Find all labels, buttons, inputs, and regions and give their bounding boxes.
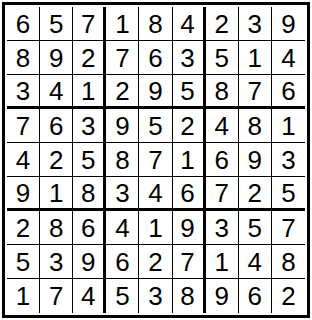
cell-r8c1[interactable]: 5 [7, 245, 40, 279]
cell-r3c2[interactable]: 4 [40, 75, 73, 109]
cell-r3c6[interactable]: 5 [173, 75, 206, 109]
cell-r4c6[interactable]: 2 [173, 109, 206, 143]
cell-r7c1[interactable]: 2 [7, 211, 40, 245]
cell-r4c2[interactable]: 6 [40, 109, 73, 143]
cell-r1c6[interactable]: 4 [173, 7, 206, 41]
cell-r2c4[interactable]: 7 [106, 41, 139, 75]
cell-r5c9[interactable]: 3 [272, 143, 305, 177]
cell-r8c7[interactable]: 1 [206, 245, 239, 279]
cell-r1c5[interactable]: 8 [139, 7, 172, 41]
cell-r2c7[interactable]: 5 [206, 41, 239, 75]
cell-r5c7[interactable]: 6 [206, 143, 239, 177]
cell-r1c2[interactable]: 5 [40, 7, 73, 41]
cell-r7c8[interactable]: 5 [239, 211, 272, 245]
cell-r7c6[interactable]: 9 [173, 211, 206, 245]
cell-r3c7[interactable]: 8 [206, 75, 239, 109]
cell-r9c9[interactable]: 2 [272, 279, 305, 313]
cell-r7c4[interactable]: 4 [106, 211, 139, 245]
cell-r6c4[interactable]: 3 [106, 177, 139, 211]
cell-r8c5[interactable]: 2 [139, 245, 172, 279]
cell-r7c9[interactable]: 7 [272, 211, 305, 245]
cell-r8c3[interactable]: 9 [73, 245, 106, 279]
cell-r7c3[interactable]: 6 [73, 211, 106, 245]
cell-r6c6[interactable]: 6 [173, 177, 206, 211]
cell-r2c3[interactable]: 2 [73, 41, 106, 75]
cell-r2c9[interactable]: 4 [272, 41, 305, 75]
sudoku-board: 6571842398927635143412958767639524814258… [2, 2, 310, 318]
cell-r5c3[interactable]: 5 [73, 143, 106, 177]
cell-r5c2[interactable]: 2 [40, 143, 73, 177]
cell-r8c9[interactable]: 8 [272, 245, 305, 279]
cell-r3c1[interactable]: 3 [7, 75, 40, 109]
cell-r4c9[interactable]: 1 [272, 109, 305, 143]
cell-r4c3[interactable]: 3 [73, 109, 106, 143]
cell-r8c8[interactable]: 4 [239, 245, 272, 279]
cell-r6c8[interactable]: 2 [239, 177, 272, 211]
cell-r9c1[interactable]: 1 [7, 279, 40, 313]
cell-r1c8[interactable]: 3 [239, 7, 272, 41]
cell-r5c4[interactable]: 8 [106, 143, 139, 177]
cell-r6c2[interactable]: 1 [40, 177, 73, 211]
cell-r4c5[interactable]: 5 [139, 109, 172, 143]
cell-r1c3[interactable]: 7 [73, 7, 106, 41]
cell-r3c4[interactable]: 2 [106, 75, 139, 109]
cell-r2c1[interactable]: 8 [7, 41, 40, 75]
cell-r2c2[interactable]: 9 [40, 41, 73, 75]
cell-r6c9[interactable]: 5 [272, 177, 305, 211]
cell-r1c1[interactable]: 6 [7, 7, 40, 41]
cell-r6c7[interactable]: 7 [206, 177, 239, 211]
cell-r7c2[interactable]: 8 [40, 211, 73, 245]
cell-r9c4[interactable]: 5 [106, 279, 139, 313]
cell-r9c6[interactable]: 8 [173, 279, 206, 313]
cell-r3c9[interactable]: 6 [272, 75, 305, 109]
cell-r9c2[interactable]: 7 [40, 279, 73, 313]
cell-r4c8[interactable]: 8 [239, 109, 272, 143]
cell-r1c9[interactable]: 9 [272, 7, 305, 41]
cell-r1c4[interactable]: 1 [106, 7, 139, 41]
cell-r4c1[interactable]: 7 [7, 109, 40, 143]
cell-r9c7[interactable]: 9 [206, 279, 239, 313]
cell-r1c7[interactable]: 2 [206, 7, 239, 41]
cell-r3c8[interactable]: 7 [239, 75, 272, 109]
cell-r5c6[interactable]: 1 [173, 143, 206, 177]
cell-r3c5[interactable]: 9 [139, 75, 172, 109]
cell-r8c4[interactable]: 6 [106, 245, 139, 279]
cell-r4c7[interactable]: 4 [206, 109, 239, 143]
cell-r8c2[interactable]: 3 [40, 245, 73, 279]
cell-r5c1[interactable]: 4 [7, 143, 40, 177]
cell-r2c6[interactable]: 3 [173, 41, 206, 75]
sudoku-board-frame: 6571842398927635143412958767639524814258… [2, 2, 310, 318]
cell-r2c8[interactable]: 1 [239, 41, 272, 75]
cell-r3c3[interactable]: 1 [73, 75, 106, 109]
cell-r7c7[interactable]: 3 [206, 211, 239, 245]
cell-r9c5[interactable]: 3 [139, 279, 172, 313]
cell-r5c5[interactable]: 7 [139, 143, 172, 177]
cell-r8c6[interactable]: 7 [173, 245, 206, 279]
cell-r7c5[interactable]: 1 [139, 211, 172, 245]
cell-r9c3[interactable]: 4 [73, 279, 106, 313]
cell-r9c8[interactable]: 6 [239, 279, 272, 313]
cell-r4c4[interactable]: 9 [106, 109, 139, 143]
cell-r5c8[interactable]: 9 [239, 143, 272, 177]
cell-r6c3[interactable]: 8 [73, 177, 106, 211]
cell-r6c5[interactable]: 4 [139, 177, 172, 211]
cell-r6c1[interactable]: 9 [7, 177, 40, 211]
cell-r2c5[interactable]: 6 [139, 41, 172, 75]
